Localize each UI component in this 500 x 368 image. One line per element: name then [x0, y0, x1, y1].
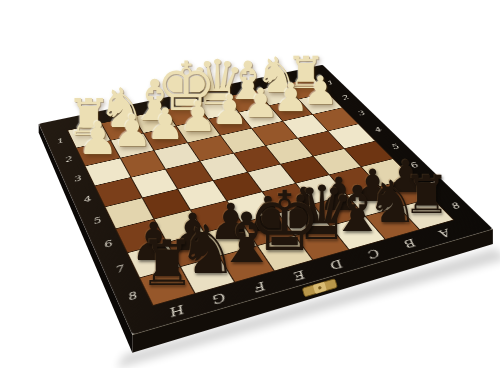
rank-label-left-3: 3 [71, 174, 82, 183]
file-label-near-e: E [290, 268, 309, 283]
file-label-near-d: D [328, 257, 348, 271]
rank-label-right-7: 7 [426, 180, 440, 189]
product-photo: 1122334455667788HGFEDCBA ♜♞♝♛♚♝♞♜♟♟♟♟♟♟♟… [0, 0, 500, 368]
file-label-near-h: H [168, 302, 189, 319]
rank-label-left-8: 8 [125, 290, 139, 303]
file-label-near-g: G [211, 290, 231, 306]
rank-label-right-5: 5 [388, 143, 401, 151]
rank-label-right-2: 2 [339, 94, 351, 101]
rank-label-left-1: 1 [54, 137, 64, 145]
rank-label-left-7: 7 [112, 263, 125, 275]
rank-label-left-5: 5 [91, 216, 103, 227]
rank-label-right-3: 3 [354, 109, 366, 116]
rank-label-right-6: 6 [407, 161, 421, 170]
rank-label-right-8: 8 [447, 201, 462, 211]
file-label-near-a: A [436, 226, 455, 239]
rank-label-left-2: 2 [63, 155, 74, 164]
rank-label-left-4: 4 [81, 194, 93, 204]
file-label-near-f: F [252, 279, 270, 294]
file-label-near-c: C [365, 246, 385, 260]
rank-label-left-6: 6 [101, 239, 114, 250]
rank-label-right-4: 4 [371, 126, 384, 134]
rank-label-right-1: 1 [324, 80, 335, 87]
file-label-near-b: B [401, 236, 420, 249]
